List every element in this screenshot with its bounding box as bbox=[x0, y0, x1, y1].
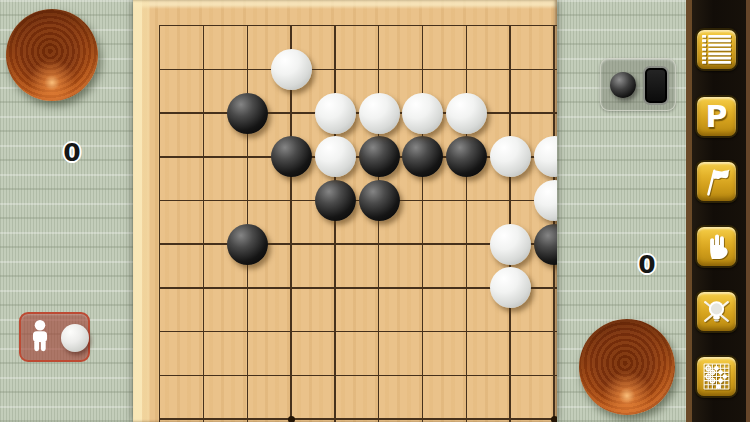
black-stone-icon bbox=[610, 72, 636, 98]
stone-black bbox=[227, 224, 268, 265]
resign-button[interactable] bbox=[695, 160, 738, 203]
stone-white bbox=[402, 93, 443, 134]
stone-white bbox=[315, 136, 356, 177]
stone-bowl-top-left bbox=[6, 9, 98, 101]
go-board[interactable] bbox=[133, 0, 557, 422]
pass-icon: P bbox=[706, 102, 728, 132]
stone-white bbox=[359, 93, 400, 134]
stone-white bbox=[271, 49, 312, 90]
pass-button[interactable]: P bbox=[695, 95, 738, 138]
stop-hand-button[interactable] bbox=[695, 225, 738, 268]
computer-player-panel bbox=[600, 58, 676, 111]
moves-list-button[interactable] bbox=[695, 28, 738, 71]
app-root: { "game": "go", "app": {"description": "… bbox=[0, 0, 750, 422]
person-icon bbox=[29, 319, 51, 353]
human-player-panel bbox=[19, 312, 90, 362]
analysis-board-button[interactable] bbox=[695, 355, 738, 398]
white-captures-count: 0 bbox=[57, 140, 87, 165]
resign-flag-icon bbox=[701, 166, 732, 197]
analysis-board-icon bbox=[701, 361, 732, 392]
stone-white bbox=[446, 93, 487, 134]
toolbar: P bbox=[686, 0, 750, 422]
stone-white bbox=[315, 93, 356, 134]
star-point bbox=[551, 416, 557, 422]
stone-black bbox=[315, 180, 356, 221]
white-stone-icon bbox=[61, 324, 89, 352]
board-grid-lines bbox=[159, 25, 557, 422]
stone-black bbox=[359, 180, 400, 221]
stone-white bbox=[490, 224, 531, 265]
device-icon bbox=[643, 66, 669, 105]
stone-black bbox=[227, 93, 268, 134]
star-point bbox=[288, 416, 295, 422]
hint-bulb-icon bbox=[701, 296, 732, 327]
stone-bowl-bottom-right bbox=[579, 319, 675, 415]
black-captures-count: 0 bbox=[632, 252, 662, 277]
stone-black bbox=[359, 136, 400, 177]
hint-button[interactable] bbox=[695, 290, 738, 333]
moves-list-icon bbox=[701, 34, 732, 65]
stop-hand-icon bbox=[701, 231, 732, 262]
